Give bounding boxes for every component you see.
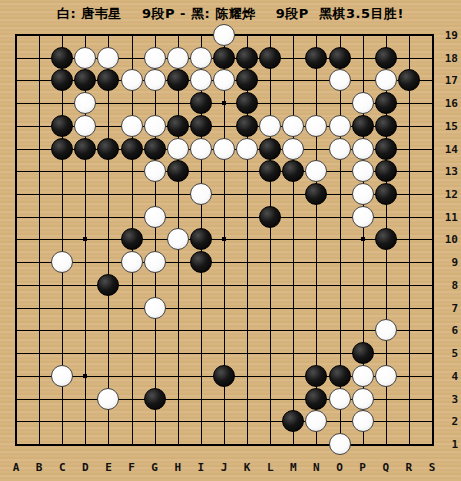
stone-white[interactable]: [375, 365, 397, 387]
stone-black[interactable]: [74, 138, 96, 160]
stone-white[interactable]: [97, 47, 119, 69]
stone-black[interactable]: [398, 69, 420, 91]
stone-black[interactable]: [329, 365, 351, 387]
star-point: [222, 101, 226, 105]
stone-black[interactable]: [259, 138, 281, 160]
stone-white[interactable]: [51, 251, 73, 273]
row-label: 3: [438, 392, 458, 405]
stone-black[interactable]: [282, 410, 304, 432]
column-label: E: [105, 461, 112, 474]
column-label: R: [406, 461, 413, 474]
column-label: C: [59, 461, 66, 474]
row-label: 17: [438, 74, 458, 87]
stone-white[interactable]: [329, 115, 351, 137]
stone-white[interactable]: [282, 138, 304, 160]
stone-white[interactable]: [121, 251, 143, 273]
stone-black[interactable]: [144, 388, 166, 410]
star-point: [361, 237, 365, 241]
column-label: L: [267, 461, 274, 474]
star-point: [83, 237, 87, 241]
stone-white[interactable]: [144, 251, 166, 273]
stone-black[interactable]: [236, 92, 258, 114]
stone-white[interactable]: [213, 138, 235, 160]
row-label: 11: [438, 210, 458, 223]
stone-white[interactable]: [190, 183, 212, 205]
row-label: 18: [438, 51, 458, 64]
stone-white[interactable]: [352, 92, 374, 114]
stone-white[interactable]: [305, 410, 327, 432]
stone-white[interactable]: [352, 410, 374, 432]
stone-white[interactable]: [144, 160, 166, 182]
stone-white[interactable]: [74, 115, 96, 137]
stone-white[interactable]: [144, 206, 166, 228]
row-label: 16: [438, 97, 458, 110]
stone-black[interactable]: [375, 138, 397, 160]
row-label: 19: [438, 29, 458, 42]
stone-white[interactable]: [352, 365, 374, 387]
stone-black[interactable]: [190, 228, 212, 250]
stone-white[interactable]: [121, 115, 143, 137]
stone-white[interactable]: [352, 160, 374, 182]
stone-white[interactable]: [74, 47, 96, 69]
row-label: 12: [438, 188, 458, 201]
stone-black[interactable]: [236, 115, 258, 137]
go-game-window: 白: 唐韦星 9段P - 黑: 陈耀烨 9段P 黑棋3.5目胜! ABCDEFG…: [0, 0, 461, 481]
column-label: I: [198, 461, 205, 474]
column-label: D: [82, 461, 89, 474]
stone-black[interactable]: [236, 47, 258, 69]
stone-black[interactable]: [51, 69, 73, 91]
stone-white[interactable]: [190, 69, 212, 91]
stone-white[interactable]: [144, 115, 166, 137]
stone-white[interactable]: [305, 115, 327, 137]
stone-black[interactable]: [305, 365, 327, 387]
stone-white[interactable]: [144, 297, 166, 319]
stone-white[interactable]: [144, 69, 166, 91]
stone-black[interactable]: [167, 69, 189, 91]
stone-black[interactable]: [305, 183, 327, 205]
stone-black[interactable]: [282, 160, 304, 182]
row-label: 14: [438, 142, 458, 155]
star-point: [222, 237, 226, 241]
stone-white[interactable]: [352, 388, 374, 410]
row-label: 2: [438, 415, 458, 428]
column-label: G: [151, 461, 158, 474]
stone-white[interactable]: [375, 69, 397, 91]
stone-white[interactable]: [144, 47, 166, 69]
stone-black[interactable]: [375, 92, 397, 114]
stone-black[interactable]: [74, 69, 96, 91]
stone-black[interactable]: [352, 115, 374, 137]
column-label: F: [128, 461, 135, 474]
stone-white[interactable]: [352, 138, 374, 160]
column-label: P: [359, 461, 366, 474]
column-label: S: [429, 461, 436, 474]
stone-black[interactable]: [352, 342, 374, 364]
row-label: 13: [438, 165, 458, 178]
go-board[interactable]: ABCDEFGHIJKLMNOPQRS191817161514131211109…: [0, 0, 461, 481]
column-label: B: [36, 461, 43, 474]
row-label: 15: [438, 119, 458, 132]
stone-white[interactable]: [213, 24, 235, 46]
stone-black[interactable]: [97, 69, 119, 91]
row-label: 5: [438, 347, 458, 360]
stone-white[interactable]: [190, 47, 212, 69]
stone-black[interactable]: [375, 183, 397, 205]
row-label: 7: [438, 301, 458, 314]
stone-black[interactable]: [375, 47, 397, 69]
stone-black[interactable]: [213, 47, 235, 69]
row-label: 9: [438, 256, 458, 269]
stone-black[interactable]: [167, 115, 189, 137]
stone-black[interactable]: [190, 115, 212, 137]
star-point: [83, 374, 87, 378]
stone-white[interactable]: [329, 433, 351, 455]
stone-black[interactable]: [144, 138, 166, 160]
stone-black[interactable]: [375, 160, 397, 182]
stone-black[interactable]: [259, 160, 281, 182]
stone-black[interactable]: [51, 47, 73, 69]
stone-white[interactable]: [190, 138, 212, 160]
column-label: K: [244, 461, 251, 474]
stone-black[interactable]: [51, 115, 73, 137]
stone-black[interactable]: [167, 160, 189, 182]
stone-white[interactable]: [51, 365, 73, 387]
stone-black[interactable]: [97, 138, 119, 160]
column-label: N: [313, 461, 320, 474]
row-label: 1: [438, 437, 458, 450]
stone-white[interactable]: [167, 138, 189, 160]
stone-black[interactable]: [236, 69, 258, 91]
stone-black[interactable]: [329, 47, 351, 69]
stone-white[interactable]: [352, 206, 374, 228]
stone-white[interactable]: [305, 160, 327, 182]
stone-black[interactable]: [259, 206, 281, 228]
column-label: M: [290, 461, 297, 474]
row-label: 4: [438, 369, 458, 382]
stone-white[interactable]: [259, 115, 281, 137]
stone-white[interactable]: [97, 388, 119, 410]
stone-black[interactable]: [51, 138, 73, 160]
stone-black[interactable]: [97, 274, 119, 296]
stone-black[interactable]: [121, 228, 143, 250]
stone-white[interactable]: [167, 228, 189, 250]
stone-black[interactable]: [305, 388, 327, 410]
stone-black[interactable]: [190, 92, 212, 114]
column-label: H: [174, 461, 181, 474]
stone-white[interactable]: [167, 47, 189, 69]
stone-black[interactable]: [121, 138, 143, 160]
stone-black[interactable]: [259, 47, 281, 69]
row-label: 10: [438, 233, 458, 246]
stone-white[interactable]: [213, 69, 235, 91]
stone-white[interactable]: [282, 115, 304, 137]
row-label: 6: [438, 324, 458, 337]
stone-white[interactable]: [329, 69, 351, 91]
column-label: O: [336, 461, 343, 474]
stone-white[interactable]: [329, 388, 351, 410]
column-label: Q: [382, 461, 389, 474]
stone-white[interactable]: [236, 138, 258, 160]
stone-black[interactable]: [305, 47, 327, 69]
stone-black[interactable]: [375, 228, 397, 250]
stone-black[interactable]: [375, 115, 397, 137]
stone-white[interactable]: [375, 319, 397, 341]
column-label: J: [221, 461, 228, 474]
stone-white[interactable]: [329, 138, 351, 160]
column-label: A: [13, 461, 20, 474]
stone-black[interactable]: [190, 251, 212, 273]
stone-white[interactable]: [121, 69, 143, 91]
stone-black[interactable]: [213, 365, 235, 387]
row-label: 8: [438, 278, 458, 291]
stone-white[interactable]: [74, 92, 96, 114]
stone-white[interactable]: [352, 183, 374, 205]
